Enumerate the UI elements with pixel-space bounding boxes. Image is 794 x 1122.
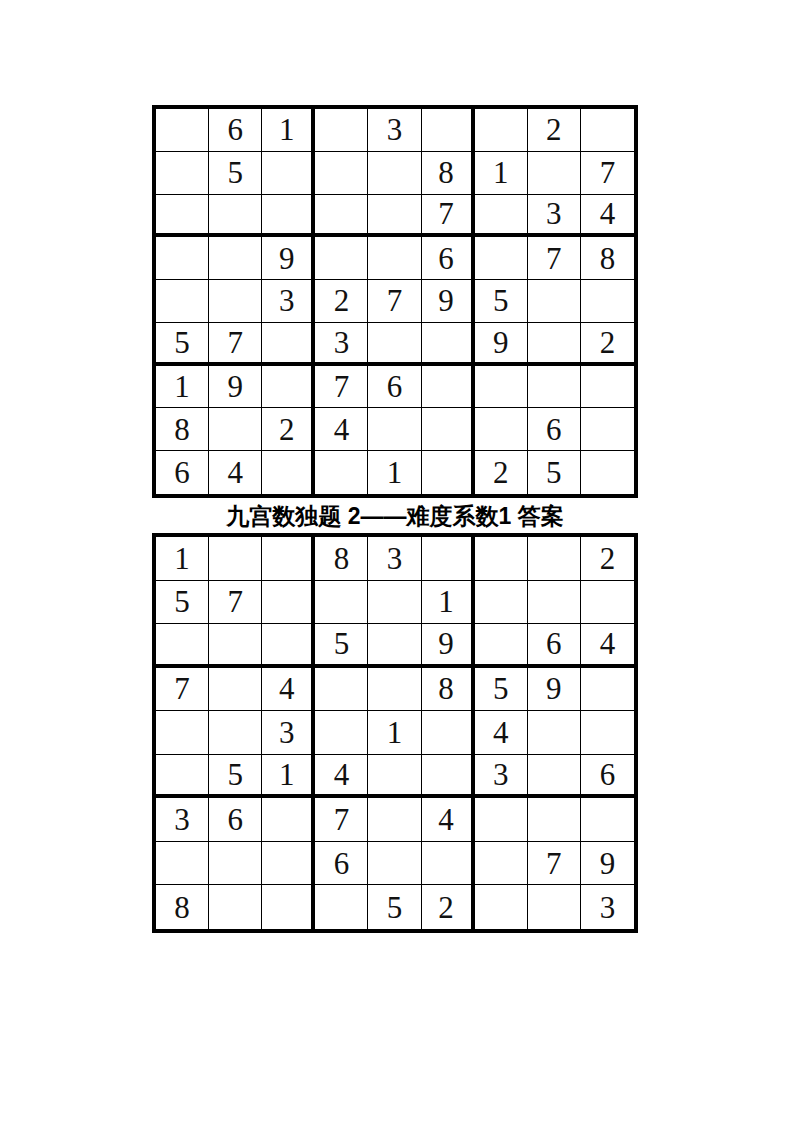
- cell-r5c4: [315, 711, 368, 755]
- cell-r1c9: 2: [581, 537, 634, 581]
- cell-r3c7: [475, 624, 528, 668]
- cell-r7c7: [475, 798, 528, 842]
- cell-r8c4: 4: [315, 408, 368, 451]
- cell-r6c3: [262, 323, 315, 366]
- cell-r9c7: [475, 885, 528, 929]
- cell-r5c9: [581, 280, 634, 323]
- cell-r3c3: [262, 624, 315, 668]
- cell-r2c5: [368, 581, 421, 625]
- cell-r5c3: 3: [262, 711, 315, 755]
- cell-r1c7: [475, 537, 528, 581]
- cell-r6c4: 4: [315, 755, 368, 799]
- cell-r3c7: [475, 195, 528, 238]
- cell-r9c3: [262, 451, 315, 494]
- cell-r2c6: 1: [422, 581, 475, 625]
- cell-r7c9: [581, 798, 634, 842]
- cell-r4c9: [581, 668, 634, 712]
- cell-r7c8: [528, 798, 581, 842]
- cell-r3c1: [156, 624, 209, 668]
- cell-r2c3: [262, 581, 315, 625]
- cell-r9c6: 2: [422, 885, 475, 929]
- cell-r1c7: [475, 109, 528, 152]
- cell-r9c1: 6: [156, 451, 209, 494]
- cell-r1c9: [581, 109, 634, 152]
- cell-r8c8: 6: [528, 408, 581, 451]
- cell-r4c5: [368, 668, 421, 712]
- cell-r1c2: [209, 537, 262, 581]
- cell-r3c9: 4: [581, 624, 634, 668]
- cell-r2c2: 5: [209, 152, 262, 195]
- cell-r9c5: 1: [368, 451, 421, 494]
- cell-r3c4: [315, 195, 368, 238]
- cell-r4c6: 6: [422, 237, 475, 280]
- cell-r1c2: 6: [209, 109, 262, 152]
- cell-r8c3: 2: [262, 408, 315, 451]
- cell-r5c7: 5: [475, 280, 528, 323]
- cell-r4c1: [156, 237, 209, 280]
- cell-r7c3: [262, 366, 315, 409]
- cell-r1c3: 1: [262, 109, 315, 152]
- cell-r3c1: [156, 195, 209, 238]
- cell-r9c2: [209, 885, 262, 929]
- cell-r5c1: [156, 711, 209, 755]
- cell-r6c6: [422, 323, 475, 366]
- cell-r2c7: [475, 581, 528, 625]
- cell-r2c3: [262, 152, 315, 195]
- cell-r1c6: [422, 537, 475, 581]
- cell-r7c5: 6: [368, 366, 421, 409]
- cell-r4c7: 5: [475, 668, 528, 712]
- cell-r3c2: [209, 624, 262, 668]
- sudoku-grid-top: 61325817734967832795573921976824664125: [152, 105, 638, 498]
- cell-r8c2: [209, 842, 262, 886]
- cell-r3c2: [209, 195, 262, 238]
- cell-r2c8: [528, 581, 581, 625]
- cell-r8c6: [422, 842, 475, 886]
- cell-r7c7: [475, 366, 528, 409]
- cell-r7c6: [422, 366, 475, 409]
- cell-r4c7: [475, 237, 528, 280]
- cell-r6c6: [422, 755, 475, 799]
- cell-r4c3: 4: [262, 668, 315, 712]
- cell-r8c4: 6: [315, 842, 368, 886]
- cell-r2c4: [315, 152, 368, 195]
- cell-r5c5: 7: [368, 280, 421, 323]
- cell-r5c6: [422, 711, 475, 755]
- cell-r7c2: 9: [209, 366, 262, 409]
- sudoku-grid-bottom: 18325715964748593145143636746798523: [152, 533, 638, 933]
- cell-r4c6: 8: [422, 668, 475, 712]
- cell-r5c9: [581, 711, 634, 755]
- cell-r2c5: [368, 152, 421, 195]
- cell-r1c8: [528, 537, 581, 581]
- cell-r8c8: 7: [528, 842, 581, 886]
- cell-r5c2: [209, 711, 262, 755]
- cell-r2c6: 8: [422, 152, 475, 195]
- cell-r4c4: [315, 237, 368, 280]
- cell-r4c4: [315, 668, 368, 712]
- cell-r6c9: 6: [581, 755, 634, 799]
- cell-r8c3: [262, 842, 315, 886]
- cell-r2c9: 7: [581, 152, 634, 195]
- cell-r1c3: [262, 537, 315, 581]
- cell-r6c8: [528, 323, 581, 366]
- cell-r7c1: 1: [156, 366, 209, 409]
- cell-r3c9: 4: [581, 195, 634, 238]
- cell-r8c9: [581, 408, 634, 451]
- cell-r3c6: 9: [422, 624, 475, 668]
- cell-r8c2: [209, 408, 262, 451]
- cell-r8c1: 8: [156, 408, 209, 451]
- cell-r2c1: 5: [156, 581, 209, 625]
- cell-r5c8: [528, 280, 581, 323]
- cell-r3c4: 5: [315, 624, 368, 668]
- cell-r9c8: 5: [528, 451, 581, 494]
- cell-r7c6: 4: [422, 798, 475, 842]
- cell-r3c5: [368, 195, 421, 238]
- cell-r6c1: 5: [156, 323, 209, 366]
- cell-r3c6: 7: [422, 195, 475, 238]
- cell-r8c7: [475, 842, 528, 886]
- cell-r6c7: 9: [475, 323, 528, 366]
- cell-r1c1: 1: [156, 537, 209, 581]
- cell-r3c8: 3: [528, 195, 581, 238]
- cell-r9c9: 3: [581, 885, 634, 929]
- cell-r6c4: 3: [315, 323, 368, 366]
- cell-r9c6: [422, 451, 475, 494]
- cell-r5c4: 2: [315, 280, 368, 323]
- cell-r7c3: [262, 798, 315, 842]
- cell-r8c7: [475, 408, 528, 451]
- cell-r6c3: 1: [262, 755, 315, 799]
- cell-r6c1: [156, 755, 209, 799]
- cell-r2c8: [528, 152, 581, 195]
- cell-r3c3: [262, 195, 315, 238]
- cell-r5c7: 4: [475, 711, 528, 755]
- cell-r3c5: [368, 624, 421, 668]
- cell-r6c2: 7: [209, 323, 262, 366]
- cell-r6c8: [528, 755, 581, 799]
- cell-r1c1: [156, 109, 209, 152]
- cell-r8c5: [368, 408, 421, 451]
- cell-r2c4: [315, 581, 368, 625]
- cell-r9c2: 4: [209, 451, 262, 494]
- cell-r1c8: 2: [528, 109, 581, 152]
- cell-r8c5: [368, 842, 421, 886]
- cell-r6c9: 2: [581, 323, 634, 366]
- cell-r4c3: 9: [262, 237, 315, 280]
- cell-r7c1: 3: [156, 798, 209, 842]
- cell-r1c6: [422, 109, 475, 152]
- cell-r7c2: 6: [209, 798, 262, 842]
- cell-r8c9: 9: [581, 842, 634, 886]
- cell-r7c4: 7: [315, 798, 368, 842]
- cell-r2c9: [581, 581, 634, 625]
- cell-r9c1: 8: [156, 885, 209, 929]
- cell-r9c7: 2: [475, 451, 528, 494]
- cell-r4c5: [368, 237, 421, 280]
- cell-r2c1: [156, 152, 209, 195]
- cell-r6c5: [368, 755, 421, 799]
- cell-r5c6: 9: [422, 280, 475, 323]
- cell-r1c5: 3: [368, 537, 421, 581]
- puzzle-caption: 九宫数独题 2——难度系数1 答案: [152, 501, 638, 531]
- cell-r7c9: [581, 366, 634, 409]
- cell-r9c9: [581, 451, 634, 494]
- cell-r9c4: [315, 885, 368, 929]
- cell-r5c2: [209, 280, 262, 323]
- cell-r9c8: [528, 885, 581, 929]
- cell-r4c2: [209, 237, 262, 280]
- cell-r8c1: [156, 842, 209, 886]
- cell-r4c2: [209, 668, 262, 712]
- cell-r5c3: 3: [262, 280, 315, 323]
- cell-r6c7: 3: [475, 755, 528, 799]
- cell-r7c5: [368, 798, 421, 842]
- cell-r2c7: 1: [475, 152, 528, 195]
- cell-r9c3: [262, 885, 315, 929]
- cell-r7c4: 7: [315, 366, 368, 409]
- document-page: 61325817734967832795573921976824664125 九…: [0, 0, 794, 1122]
- cell-r1c5: 3: [368, 109, 421, 152]
- cell-r4c8: 7: [528, 237, 581, 280]
- cell-r7c8: [528, 366, 581, 409]
- cell-r2c2: 7: [209, 581, 262, 625]
- cell-r9c5: 5: [368, 885, 421, 929]
- cell-r1c4: [315, 109, 368, 152]
- cell-r9c4: [315, 451, 368, 494]
- cell-r5c1: [156, 280, 209, 323]
- cell-r8c6: [422, 408, 475, 451]
- cell-r5c5: 1: [368, 711, 421, 755]
- cell-r6c5: [368, 323, 421, 366]
- cell-r6c2: 5: [209, 755, 262, 799]
- cell-r4c8: 9: [528, 668, 581, 712]
- cell-r3c8: 6: [528, 624, 581, 668]
- cell-r5c8: [528, 711, 581, 755]
- cell-r4c9: 8: [581, 237, 634, 280]
- cell-r1c4: 8: [315, 537, 368, 581]
- cell-r4c1: 7: [156, 668, 209, 712]
